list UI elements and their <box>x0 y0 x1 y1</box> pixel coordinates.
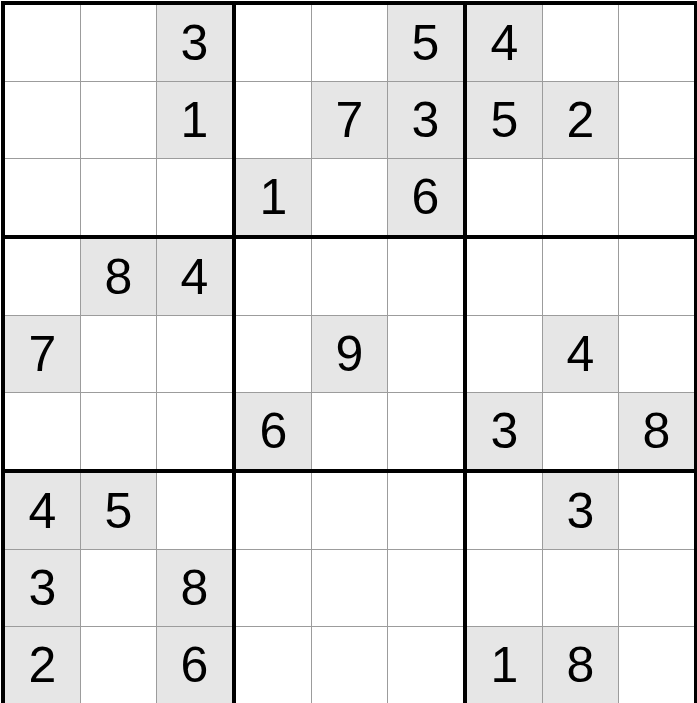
cell-r3c5[interactable] <box>312 159 387 235</box>
cell-r2c2[interactable] <box>81 82 156 158</box>
cell-r9c6[interactable] <box>388 627 463 703</box>
sudoku-board: 315731645284796438453826318 <box>1 1 697 703</box>
cell-r7c6[interactable] <box>388 473 463 549</box>
cell-r1c2[interactable] <box>81 5 156 81</box>
cell-r2c5: 7 <box>312 82 387 158</box>
cell-r4c3: 4 <box>157 239 232 315</box>
cell-r2c6: 3 <box>388 82 463 158</box>
cell-r5c8: 4 <box>543 316 618 392</box>
cell-r2c8: 2 <box>543 82 618 158</box>
cell-r4c6[interactable] <box>388 239 463 315</box>
cell-r3c1[interactable] <box>5 159 80 235</box>
cell-r5c4[interactable] <box>236 316 311 392</box>
cell-r2c4[interactable] <box>236 82 311 158</box>
cell-r7c3[interactable] <box>157 473 232 549</box>
cell-r8c5[interactable] <box>312 550 387 626</box>
cell-r8c4[interactable] <box>236 550 311 626</box>
cell-r8c7[interactable] <box>467 550 542 626</box>
cell-r3c8[interactable] <box>543 159 618 235</box>
cell-r3c9[interactable] <box>619 159 694 235</box>
cell-r1c6: 5 <box>388 5 463 81</box>
cell-r1c1[interactable] <box>5 5 80 81</box>
cell-r8c3: 8 <box>157 550 232 626</box>
cell-r7c4[interactable] <box>236 473 311 549</box>
box-2-3: 438 <box>467 239 694 469</box>
cell-r6c3[interactable] <box>157 393 232 469</box>
cell-r4c2: 8 <box>81 239 156 315</box>
cell-r9c3: 6 <box>157 627 232 703</box>
box-2-2: 96 <box>236 239 463 469</box>
cell-r1c3: 3 <box>157 5 232 81</box>
cell-r5c9[interactable] <box>619 316 694 392</box>
cell-r8c2[interactable] <box>81 550 156 626</box>
cell-r6c9: 8 <box>619 393 694 469</box>
cell-r8c1: 3 <box>5 550 80 626</box>
cell-r8c8[interactable] <box>543 550 618 626</box>
cell-r9c1: 2 <box>5 627 80 703</box>
cell-r8c9[interactable] <box>619 550 694 626</box>
cell-r6c4: 6 <box>236 393 311 469</box>
cell-r7c5[interactable] <box>312 473 387 549</box>
cell-r1c8[interactable] <box>543 5 618 81</box>
cell-r9c7: 1 <box>467 627 542 703</box>
cell-r2c3: 1 <box>157 82 232 158</box>
cell-r6c2[interactable] <box>81 393 156 469</box>
cell-r9c5[interactable] <box>312 627 387 703</box>
cell-r9c9[interactable] <box>619 627 694 703</box>
sudoku-page: 315731645284796438453826318 <box>0 1 697 703</box>
cell-r3c7[interactable] <box>467 159 542 235</box>
box-1-2: 57316 <box>236 5 463 235</box>
cell-r1c5[interactable] <box>312 5 387 81</box>
box-1-1: 31 <box>5 5 232 235</box>
cell-r3c6: 6 <box>388 159 463 235</box>
cell-r9c8: 8 <box>543 627 618 703</box>
cell-r5c7[interactable] <box>467 316 542 392</box>
cell-r6c8[interactable] <box>543 393 618 469</box>
cell-r4c9[interactable] <box>619 239 694 315</box>
cell-r6c7: 3 <box>467 393 542 469</box>
box-2-1: 847 <box>5 239 232 469</box>
box-3-2 <box>236 473 463 703</box>
cell-r7c8: 3 <box>543 473 618 549</box>
cell-r4c7[interactable] <box>467 239 542 315</box>
cell-r3c3[interactable] <box>157 159 232 235</box>
cell-r7c1: 4 <box>5 473 80 549</box>
cell-r2c9[interactable] <box>619 82 694 158</box>
cell-r4c5[interactable] <box>312 239 387 315</box>
cell-r6c6[interactable] <box>388 393 463 469</box>
cell-r9c4[interactable] <box>236 627 311 703</box>
cell-r8c6[interactable] <box>388 550 463 626</box>
cell-r1c7: 4 <box>467 5 542 81</box>
cell-r4c4[interactable] <box>236 239 311 315</box>
cell-r1c9[interactable] <box>619 5 694 81</box>
cell-r9c2[interactable] <box>81 627 156 703</box>
cell-r4c8[interactable] <box>543 239 618 315</box>
box-1-3: 452 <box>467 5 694 235</box>
cell-r6c1[interactable] <box>5 393 80 469</box>
cell-r7c7[interactable] <box>467 473 542 549</box>
cell-r1c4[interactable] <box>236 5 311 81</box>
cell-r5c3[interactable] <box>157 316 232 392</box>
cell-r5c1: 7 <box>5 316 80 392</box>
cell-r5c5: 9 <box>312 316 387 392</box>
box-3-3: 318 <box>467 473 694 703</box>
cell-r6c5[interactable] <box>312 393 387 469</box>
cell-r7c9[interactable] <box>619 473 694 549</box>
cell-r4c1[interactable] <box>5 239 80 315</box>
cell-r3c4: 1 <box>236 159 311 235</box>
cell-r5c2[interactable] <box>81 316 156 392</box>
box-3-1: 453826 <box>5 473 232 703</box>
cell-r7c2: 5 <box>81 473 156 549</box>
cell-r5c6[interactable] <box>388 316 463 392</box>
cell-r2c1[interactable] <box>5 82 80 158</box>
cell-r3c2[interactable] <box>81 159 156 235</box>
cell-r2c7: 5 <box>467 82 542 158</box>
